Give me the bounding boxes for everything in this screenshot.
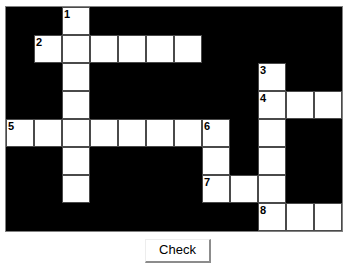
black-cell-r6c10 (286, 175, 314, 203)
black-cell-r5c11 (314, 147, 342, 175)
black-cell-r6c4 (118, 175, 146, 203)
black-cell-r7c2 (62, 203, 90, 231)
letter-cell-r3c9[interactable]: 4 (258, 91, 286, 119)
letter-cell-r4c2[interactable] (62, 119, 90, 147)
black-cell-r0c6 (174, 7, 202, 35)
black-cell-r2c5 (146, 63, 174, 91)
black-cell-r6c1 (34, 175, 62, 203)
letter-cell-r5c7[interactable] (202, 147, 230, 175)
letter-cell-r4c0[interactable]: 5 (6, 119, 34, 147)
letter-cell-r4c6[interactable] (174, 119, 202, 147)
black-cell-r5c5 (146, 147, 174, 175)
black-cell-r2c4 (118, 63, 146, 91)
letter-cell-r0c2[interactable]: 1 (62, 7, 90, 35)
black-cell-r5c6 (174, 147, 202, 175)
letter-cell-r4c5[interactable] (146, 119, 174, 147)
black-cell-r0c4 (118, 7, 146, 35)
letter-cell-r3c10[interactable] (286, 91, 314, 119)
clue-number: 2 (36, 36, 42, 48)
black-cell-r7c3 (90, 203, 118, 231)
black-cell-r6c0 (6, 175, 34, 203)
black-cell-r2c3 (90, 63, 118, 91)
black-cell-r6c3 (90, 175, 118, 203)
black-cell-r6c5 (146, 175, 174, 203)
letter-cell-r4c4[interactable] (118, 119, 146, 147)
letter-cell-r1c4[interactable] (118, 35, 146, 63)
letter-cell-r2c9[interactable]: 3 (258, 63, 286, 91)
black-cell-r0c8 (230, 7, 258, 35)
clue-number: 4 (260, 92, 266, 104)
black-cell-r2c10 (286, 63, 314, 91)
letter-cell-r1c6[interactable] (174, 35, 202, 63)
check-button[interactable]: Check (145, 239, 211, 263)
black-cell-r6c6 (174, 175, 202, 203)
black-cell-r2c8 (230, 63, 258, 91)
letter-cell-r1c2[interactable] (62, 35, 90, 63)
crossword-grid: 12345678 (5, 6, 343, 232)
letter-cell-r7c9[interactable]: 8 (258, 203, 286, 231)
black-cell-r0c7 (202, 7, 230, 35)
black-cell-r0c5 (146, 7, 174, 35)
black-cell-r5c4 (118, 147, 146, 175)
letter-cell-r6c8[interactable] (230, 175, 258, 203)
letter-cell-r3c2[interactable] (62, 91, 90, 119)
black-cell-r3c3 (90, 91, 118, 119)
letter-cell-r4c1[interactable] (34, 119, 62, 147)
black-cell-r7c4 (118, 203, 146, 231)
black-cell-r0c0 (6, 7, 34, 35)
black-cell-r4c10 (286, 119, 314, 147)
black-cell-r1c7 (202, 35, 230, 63)
letter-cell-r3c11[interactable] (314, 91, 342, 119)
black-cell-r0c3 (90, 7, 118, 35)
black-cell-r7c7 (202, 203, 230, 231)
black-cell-r5c3 (90, 147, 118, 175)
black-cell-r3c5 (146, 91, 174, 119)
black-cell-r7c8 (230, 203, 258, 231)
black-cell-r0c10 (286, 7, 314, 35)
letter-cell-r6c7[interactable]: 7 (202, 175, 230, 203)
clue-number: 6 (204, 120, 210, 132)
black-cell-r1c8 (230, 35, 258, 63)
letter-cell-r2c2[interactable] (62, 63, 90, 91)
black-cell-r7c1 (34, 203, 62, 231)
clue-number: 1 (64, 8, 70, 20)
letter-cell-r5c9[interactable] (258, 147, 286, 175)
black-cell-r5c10 (286, 147, 314, 175)
black-cell-r0c11 (314, 7, 342, 35)
crossword-cells: 12345678 (6, 7, 342, 231)
clue-number: 5 (8, 120, 14, 132)
letter-cell-r4c7[interactable]: 6 (202, 119, 230, 147)
black-cell-r4c11 (314, 119, 342, 147)
letter-cell-r1c5[interactable] (146, 35, 174, 63)
black-cell-r2c1 (34, 63, 62, 91)
black-cell-r5c8 (230, 147, 258, 175)
letter-cell-r7c10[interactable] (286, 203, 314, 231)
clue-number: 8 (260, 204, 266, 216)
black-cell-r7c0 (6, 203, 34, 231)
letter-cell-r7c11[interactable] (314, 203, 342, 231)
black-cell-r2c11 (314, 63, 342, 91)
black-cell-r3c6 (174, 91, 202, 119)
black-cell-r3c0 (6, 91, 34, 119)
clue-number: 7 (204, 176, 210, 188)
letter-cell-r4c3[interactable] (90, 119, 118, 147)
black-cell-r3c8 (230, 91, 258, 119)
black-cell-r4c8 (230, 119, 258, 147)
black-cell-r2c6 (174, 63, 202, 91)
black-cell-r2c0 (6, 63, 34, 91)
black-cell-r1c0 (6, 35, 34, 63)
letter-cell-r1c3[interactable] (90, 35, 118, 63)
black-cell-r1c9 (258, 35, 286, 63)
black-cell-r3c1 (34, 91, 62, 119)
black-cell-r1c10 (286, 35, 314, 63)
clue-number: 3 (260, 64, 266, 76)
black-cell-r5c1 (34, 147, 62, 175)
black-cell-r7c6 (174, 203, 202, 231)
letter-cell-r1c1[interactable]: 2 (34, 35, 62, 63)
letter-cell-r5c2[interactable] (62, 147, 90, 175)
black-cell-r0c9 (258, 7, 286, 35)
black-cell-r3c7 (202, 91, 230, 119)
black-cell-r0c1 (34, 7, 62, 35)
letter-cell-r4c9[interactable] (258, 119, 286, 147)
black-cell-r5c0 (6, 147, 34, 175)
black-cell-r3c4 (118, 91, 146, 119)
letter-cell-r6c2[interactable] (62, 175, 90, 203)
black-cell-r6c11 (314, 175, 342, 203)
letter-cell-r6c9[interactable] (258, 175, 286, 203)
black-cell-r1c11 (314, 35, 342, 63)
black-cell-r7c5 (146, 203, 174, 231)
black-cell-r2c7 (202, 63, 230, 91)
